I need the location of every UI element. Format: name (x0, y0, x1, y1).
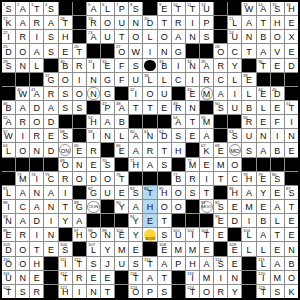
cell-21-7[interactable]: N (87, 285, 100, 298)
cell-4-21[interactable]: E (285, 44, 298, 57)
cell-10-11[interactable]: N61 (143, 129, 156, 142)
cell-10-19[interactable]: N (257, 129, 270, 142)
cell-15-18[interactable]: M (242, 200, 255, 213)
cell-17-10[interactable]: Y (129, 228, 142, 241)
cell-4-20[interactable]: V (271, 44, 284, 57)
cell-6-15[interactable]: R (200, 73, 213, 86)
cell-18-15[interactable]: E (200, 242, 213, 255)
cell-4-1[interactable]: D25 (2, 44, 15, 57)
cell-15-19[interactable]: E (257, 200, 270, 213)
cell-8-19[interactable]: L (257, 101, 270, 114)
cell-13-5[interactable]: R (59, 172, 72, 185)
cell-21-21[interactable]: K (285, 285, 298, 298)
cell-20-15[interactable]: M (200, 271, 213, 284)
cell-2-18[interactable]: A (242, 16, 255, 29)
cell-18-12[interactable]: E108 (158, 242, 171, 255)
cell-16-1[interactable]: N93 (2, 214, 15, 227)
cell-17-15[interactable]: T103 (200, 228, 213, 241)
cell-2-2[interactable]: A (16, 16, 29, 29)
cell-13-13[interactable]: B77 (172, 172, 185, 185)
cell-13-19[interactable]: E79 (257, 172, 270, 185)
cell-5-9[interactable]: F (115, 59, 128, 72)
cell-12-14[interactable]: M72 (186, 158, 199, 171)
cell-2-19[interactable]: T (257, 16, 270, 29)
cell-10-3[interactable]: R (30, 129, 43, 142)
cell-9-3[interactable]: O (30, 115, 43, 128)
cell-16-12[interactable]: T (158, 214, 171, 227)
cell-18-21[interactable]: N (285, 242, 298, 255)
cell-18-5[interactable]: S106 (59, 242, 72, 255)
cell-5-3[interactable]: L (30, 59, 43, 72)
cell-20-7[interactable]: E (87, 271, 100, 284)
cell-21-1[interactable]: T121 (2, 285, 15, 298)
cell-16-11[interactable]: E (143, 214, 156, 227)
cell-5-5[interactable]: B30 (59, 59, 72, 72)
cell-18-9[interactable]: M (115, 242, 128, 255)
cell-21-5[interactable]: H122 (59, 285, 72, 298)
cell-12-6[interactable]: N (73, 158, 86, 171)
cell-4-19[interactable]: A (257, 44, 270, 57)
cell-7-4[interactable]: R (44, 87, 57, 100)
cell-2-5[interactable]: T18 (59, 16, 72, 29)
cell-11-15[interactable]: K67 (200, 143, 213, 156)
cell-3-15[interactable]: S (200, 30, 213, 43)
cell-5-14[interactable]: N34 (186, 59, 199, 72)
cell-1-4[interactable]: S4 (44, 2, 57, 15)
cell-10-20[interactable]: I (271, 129, 284, 142)
cell-18-20[interactable]: E (271, 242, 284, 255)
cell-20-12[interactable]: T (158, 271, 171, 284)
cell-17-9[interactable]: E100 (115, 228, 128, 241)
cell-7-20[interactable]: D45 (271, 87, 284, 100)
cell-14-18[interactable]: A (242, 186, 255, 199)
cell-14-9[interactable]: E (115, 186, 128, 199)
cell-1-14[interactable]: T11 (186, 2, 199, 15)
cell-5-16[interactable]: R (214, 59, 227, 72)
cell-8-3[interactable]: D (30, 101, 43, 114)
cell-1-12[interactable]: E9 (158, 2, 171, 15)
cell-11-3[interactable]: N (30, 143, 43, 156)
cell-3-20[interactable]: O (271, 30, 284, 43)
cell-6-11[interactable]: L38 (143, 73, 156, 86)
cell-4-10[interactable]: W (129, 44, 142, 57)
cell-19-12[interactable]: A (158, 257, 171, 270)
cell-17-3[interactable]: I (30, 228, 43, 241)
cell-13-9[interactable]: T76 (115, 172, 128, 185)
cell-16-3[interactable]: D (30, 214, 43, 227)
cell-12-5[interactable]: O69 (59, 158, 72, 171)
cell-12-11[interactable]: A (143, 158, 156, 171)
cell-15-2[interactable]: C (16, 200, 29, 213)
cell-8-10[interactable]: T (129, 101, 142, 114)
cell-17-19[interactable]: A (257, 228, 270, 241)
cell-17-21[interactable]: E (285, 228, 298, 241)
cell-3-12[interactable]: O (158, 30, 171, 43)
cell-8-8[interactable]: P47 (101, 101, 114, 114)
cell-16-5[interactable]: Y (59, 214, 72, 227)
cell-7-7[interactable]: N (87, 87, 100, 100)
cell-15-6[interactable]: G89 (73, 200, 86, 213)
cell-6-16[interactable]: C (214, 73, 227, 86)
cell-15-12[interactable]: O (158, 200, 171, 213)
cell-11-12[interactable]: T (158, 143, 171, 156)
cell-14-1[interactable]: L81 (2, 186, 15, 199)
cell-18-13[interactable]: M (172, 242, 185, 255)
cell-8-6[interactable]: S (73, 101, 86, 114)
cell-3-2[interactable]: R (16, 30, 29, 43)
cell-12-7[interactable]: E (87, 158, 100, 171)
cell-1-21[interactable]: H16 (285, 2, 298, 15)
cell-19-2[interactable]: O (16, 257, 29, 270)
cell-7-12[interactable]: U (158, 87, 171, 100)
cell-6-13[interactable]: C (172, 73, 185, 86)
cell-19-13[interactable]: P (172, 257, 185, 270)
cell-10-2[interactable]: I (16, 129, 29, 142)
cell-14-15[interactable]: T (200, 186, 213, 199)
cell-20-16[interactable]: I (214, 271, 227, 284)
cell-9-19[interactable]: E (257, 115, 270, 128)
cell-2-3[interactable]: R (30, 16, 43, 29)
cell-9-13[interactable]: A54 (172, 115, 185, 128)
cell-13-18[interactable]: H78 (242, 172, 255, 185)
cell-15-11[interactable]: H (143, 200, 156, 213)
cell-17-11[interactable]: MOON (143, 228, 156, 241)
cell-20-14[interactable]: I119 (186, 271, 199, 284)
cell-14-11[interactable]: T84 (143, 186, 156, 199)
cell-12-12[interactable]: S (158, 158, 171, 171)
cell-8-9[interactable]: A48 (115, 101, 128, 114)
cell-13-8[interactable]: O (101, 172, 114, 185)
cell-20-19[interactable]: I120 (257, 271, 270, 284)
cell-10-1[interactable]: W57 (2, 129, 15, 142)
cell-21-11[interactable]: P (143, 285, 156, 298)
cell-17-4[interactable]: N (44, 228, 57, 241)
cell-8-2[interactable]: A (16, 101, 29, 114)
cell-6-17[interactable]: L (228, 73, 241, 86)
cell-2-14[interactable]: I (186, 16, 199, 29)
cell-7-14[interactable]: E43 (186, 87, 199, 100)
cell-11-18[interactable]: S (242, 143, 255, 156)
cell-1-10[interactable]: S8 (129, 2, 142, 15)
cell-9-2[interactable]: R (16, 115, 29, 128)
cell-11-6[interactable]: E65 (73, 143, 86, 156)
cell-4-2[interactable]: O (16, 44, 29, 57)
cell-2-12[interactable]: T (158, 16, 171, 29)
cell-17-2[interactable]: R (16, 228, 29, 241)
cell-12-8[interactable]: S70 (101, 158, 114, 171)
cell-14-8[interactable]: U (101, 186, 114, 199)
cell-5-1[interactable]: S29 (2, 59, 15, 72)
cell-13-15[interactable]: I (200, 172, 213, 185)
cell-14-5[interactable]: I (59, 186, 72, 199)
cell-20-2[interactable]: N (16, 271, 29, 284)
cell-16-19[interactable]: B (257, 214, 270, 227)
cell-4-16[interactable]: O28 (214, 44, 227, 57)
cell-16-4[interactable]: I (44, 214, 57, 227)
cell-11-16[interactable]: E68 (214, 143, 227, 156)
cell-2-1[interactable]: K17 (2, 16, 15, 29)
cell-19-15[interactable]: A (200, 257, 213, 270)
cell-13-17[interactable]: C (228, 172, 241, 185)
cell-19-17[interactable]: E (228, 257, 241, 270)
cell-2-21[interactable]: E (285, 16, 298, 29)
cell-15-7[interactable]: OON (87, 200, 100, 213)
cell-4-4[interactable]: S (44, 44, 57, 57)
cell-19-20[interactable]: A (271, 257, 284, 270)
cell-15-3[interactable]: A (30, 200, 43, 213)
cell-20-10[interactable]: T118 (129, 271, 142, 284)
cell-16-18[interactable]: I (242, 214, 255, 227)
cell-7-2[interactable]: W40 (16, 87, 29, 100)
cell-6-7[interactable]: N (87, 73, 100, 86)
cell-18-3[interactable]: T (30, 242, 43, 255)
cell-8-11[interactable]: T (143, 101, 156, 114)
cell-16-10[interactable]: Y94 (129, 214, 142, 227)
cell-11-1[interactable]: L64 (2, 143, 15, 156)
cell-11-13[interactable]: H (172, 143, 185, 156)
cell-11-19[interactable]: A (257, 143, 270, 156)
cell-11-11[interactable]: R (143, 143, 156, 156)
cell-15-13[interactable]: O (172, 200, 185, 213)
cell-15-10[interactable]: A (129, 200, 142, 213)
cell-13-6[interactable]: O (73, 172, 86, 185)
cell-17-12[interactable]: S (158, 228, 171, 241)
cell-14-4[interactable]: A (44, 186, 57, 199)
cell-18-10[interactable]: E (129, 242, 142, 255)
cell-1-7[interactable]: A5 (87, 2, 100, 15)
cell-5-7[interactable]: I31 (87, 59, 100, 72)
cell-19-6[interactable]: T112 (73, 257, 86, 270)
cell-18-18[interactable]: L (242, 242, 255, 255)
cell-16-6[interactable]: A (73, 214, 86, 227)
cell-14-3[interactable]: N (30, 186, 43, 199)
cell-15-15[interactable]: MOO91 (200, 200, 213, 213)
cell-12-10[interactable]: H71 (129, 158, 142, 171)
cell-1-13[interactable]: T10 (172, 2, 185, 15)
cell-14-12[interactable]: H85 (158, 186, 171, 199)
cell-17-20[interactable]: T (271, 228, 284, 241)
cell-17-14[interactable]: I102 (186, 228, 199, 241)
cell-20-5[interactable]: T117 (59, 271, 72, 284)
cell-14-14[interactable]: S (186, 186, 199, 199)
cell-17-18[interactable]: L104 (242, 228, 255, 241)
cell-18-7[interactable]: L107 (87, 242, 100, 255)
cell-11-20[interactable]: B (271, 143, 284, 156)
cell-4-13[interactable]: G (172, 44, 185, 57)
cell-21-20[interactable]: S (271, 285, 284, 298)
cell-8-13[interactable]: R49 (172, 101, 185, 114)
cell-10-21[interactable]: N (285, 129, 298, 142)
cell-9-7[interactable]: H53 (87, 115, 100, 128)
cell-3-3[interactable]: I (30, 30, 43, 43)
cell-4-11[interactable]: I (143, 44, 156, 57)
cell-18-17[interactable]: E109 (228, 242, 241, 255)
cell-19-19[interactable]: L115 (257, 257, 270, 270)
cell-2-9[interactable]: U (115, 16, 128, 29)
cell-16-20[interactable]: L (271, 214, 284, 227)
cell-15-1[interactable]: I88 (2, 200, 15, 213)
cell-14-10[interactable]: S83 (129, 186, 142, 199)
cell-10-13[interactable]: S (172, 129, 185, 142)
cell-17-6[interactable]: H97 (73, 228, 86, 241)
cell-11-5[interactable]: ON (59, 143, 72, 156)
cell-15-20[interactable]: A (271, 200, 284, 213)
cell-7-3[interactable]: A41 (30, 87, 43, 100)
cell-13-20[interactable]: S80 (271, 172, 284, 185)
cell-1-20[interactable]: S15 (271, 2, 284, 15)
cell-19-5[interactable]: I111 (59, 257, 72, 270)
cell-20-21[interactable]: O (285, 271, 298, 284)
cell-4-5[interactable]: E (59, 44, 72, 57)
cell-16-16[interactable]: E95 (214, 214, 227, 227)
cell-4-3[interactable]: A (30, 44, 43, 57)
cell-9-15[interactable]: M55 (200, 115, 213, 128)
cell-7-19[interactable]: E44 (257, 87, 270, 100)
cell-10-17[interactable]: S63 (228, 129, 241, 142)
cell-6-18[interactable]: E39 (242, 73, 255, 86)
cell-10-4[interactable]: E (44, 129, 57, 142)
cell-21-6[interactable]: I (73, 285, 86, 298)
cell-3-4[interactable]: S (44, 30, 57, 43)
cell-19-14[interactable]: H (186, 257, 199, 270)
cell-15-5[interactable]: T (59, 200, 72, 213)
cell-14-20[interactable]: E (271, 186, 284, 199)
cell-12-15[interactable]: E (200, 158, 213, 171)
cell-13-16[interactable]: T (214, 172, 227, 185)
cell-7-6[interactable]: O (73, 87, 86, 100)
cell-14-2[interactable]: A (16, 186, 29, 199)
cell-4-9[interactable]: O27 (115, 44, 128, 57)
cell-21-10[interactable]: O123 (129, 285, 142, 298)
cell-16-21[interactable]: E (285, 214, 298, 227)
cell-11-7[interactable]: R (87, 143, 100, 156)
cell-10-7[interactable]: I59 (87, 129, 100, 142)
cell-11-17[interactable]: MO (228, 143, 241, 156)
cell-8-14[interactable]: N (186, 101, 199, 114)
cell-21-17[interactable]: Y (228, 285, 241, 298)
cell-3-11[interactable]: L (143, 30, 156, 43)
cell-17-16[interactable]: E (214, 228, 227, 241)
cell-13-7[interactable]: D (87, 172, 100, 185)
cell-6-6[interactable]: I (73, 73, 86, 86)
cell-2-17[interactable]: L21 (228, 16, 241, 29)
cell-10-9[interactable]: L (115, 129, 128, 142)
cell-15-17[interactable]: E (228, 200, 241, 213)
cell-19-8[interactable]: J (101, 257, 114, 270)
cell-5-2[interactable]: N (16, 59, 29, 72)
cell-17-7[interactable]: O98 (87, 228, 100, 241)
cell-3-21[interactable]: X (285, 30, 298, 43)
cell-11-10[interactable]: A (129, 143, 142, 156)
cell-11-9[interactable]: E66 (115, 143, 128, 156)
cell-3-9[interactable]: T (115, 30, 128, 43)
cell-17-8[interactable]: N99 (101, 228, 114, 241)
cell-10-8[interactable]: N (101, 129, 114, 142)
cell-21-2[interactable]: S (16, 285, 29, 298)
cell-14-13[interactable]: O (172, 186, 185, 199)
cell-3-8[interactable]: U (101, 30, 114, 43)
cell-11-21[interactable]: E (285, 143, 298, 156)
cell-7-11[interactable]: O (143, 87, 156, 100)
cell-6-4[interactable]: G37 (44, 73, 57, 86)
cell-18-4[interactable]: E (44, 242, 57, 255)
cell-13-4[interactable]: C75 (44, 172, 57, 185)
cell-5-19[interactable]: T36 (257, 59, 270, 72)
cell-8-21[interactable]: T51 (285, 101, 298, 114)
cell-5-20[interactable]: E (271, 59, 284, 72)
cell-4-6[interactable]: T26 (73, 44, 86, 57)
cell-17-1[interactable]: E96 (2, 228, 15, 241)
cell-2-13[interactable]: R (172, 16, 185, 29)
cell-10-10[interactable]: A60 (129, 129, 142, 142)
cell-21-8[interactable]: T (101, 285, 114, 298)
cell-3-1[interactable]: I22 (2, 30, 15, 43)
cell-3-7[interactable]: A23 (87, 30, 100, 43)
cell-13-2[interactable]: M73 (16, 172, 29, 185)
cell-12-16[interactable]: M (214, 158, 227, 171)
cell-9-4[interactable]: D (44, 115, 57, 128)
cell-3-10[interactable]: O (129, 30, 142, 43)
cell-1-9[interactable]: P7 (115, 2, 128, 15)
cell-2-15[interactable]: P (200, 16, 213, 29)
cell-8-17[interactable]: U (228, 101, 241, 114)
cell-14-19[interactable]: Y (257, 186, 270, 199)
cell-11-2[interactable]: O (16, 143, 29, 156)
cell-5-21[interactable]: D (285, 59, 298, 72)
cell-8-12[interactable]: E (158, 101, 171, 114)
cell-8-20[interactable]: E (271, 101, 284, 114)
cell-10-14[interactable]: E (186, 129, 199, 142)
cell-5-6[interactable]: R (73, 59, 86, 72)
cell-21-15[interactable]: O (200, 285, 213, 298)
cell-6-10[interactable]: U (129, 73, 142, 86)
cell-3-18[interactable]: N (242, 30, 255, 43)
cell-1-19[interactable]: A14 (257, 2, 270, 15)
cell-14-7[interactable]: G82 (87, 186, 100, 199)
cell-9-20[interactable]: F (271, 115, 284, 128)
cell-1-8[interactable]: L6 (101, 2, 114, 15)
cell-7-15[interactable]: M (200, 87, 213, 100)
cell-3-5[interactable]: H (59, 30, 72, 43)
cell-18-14[interactable]: M (186, 242, 199, 255)
cell-15-16[interactable]: S92 (214, 200, 227, 213)
cell-21-12[interactable]: S (158, 285, 171, 298)
cell-1-1[interactable]: S1 (2, 2, 15, 15)
cell-19-10[interactable]: S (129, 257, 142, 270)
cell-19-1[interactable]: O110 (2, 257, 15, 270)
cell-8-4[interactable]: A (44, 101, 57, 114)
cell-4-12[interactable]: N (158, 44, 171, 57)
cell-2-7[interactable]: R19 (87, 16, 100, 29)
cell-5-17[interactable]: Y (228, 59, 241, 72)
cell-20-3[interactable]: E (30, 271, 43, 284)
cell-19-7[interactable]: S (87, 257, 100, 270)
cell-1-15[interactable]: U12 (200, 2, 213, 15)
cell-20-1[interactable]: U116 (2, 271, 15, 284)
cell-20-6[interactable]: R (73, 271, 86, 284)
cell-15-21[interactable]: T (285, 200, 298, 213)
cell-19-3[interactable]: H (30, 257, 43, 270)
cell-10-15[interactable]: A (200, 129, 213, 142)
cell-3-13[interactable]: A (172, 30, 185, 43)
cell-20-20[interactable]: M (271, 271, 284, 284)
cell-1-3[interactable]: T3 (30, 2, 43, 15)
cell-15-9[interactable]: Y90 (115, 200, 128, 213)
cell-6-14[interactable]: I (186, 73, 199, 86)
cell-2-8[interactable]: O (101, 16, 114, 29)
cell-16-2[interactable]: A (16, 214, 29, 227)
cell-14-21[interactable]: S87 (285, 186, 298, 199)
